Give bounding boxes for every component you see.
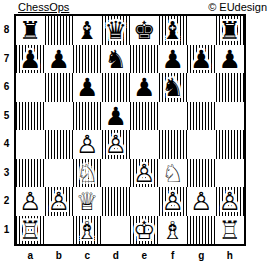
square-g7[interactable]: ♟ <box>187 45 216 74</box>
square-c6[interactable]: ♟ <box>73 73 102 102</box>
square-f4[interactable] <box>159 130 188 159</box>
square-f6[interactable]: ♞ <box>159 73 188 102</box>
square-b8[interactable] <box>45 16 74 45</box>
square-e4[interactable] <box>130 130 159 159</box>
square-f8[interactable]: ♝ <box>159 16 188 45</box>
square-c1[interactable]: ♗ <box>73 216 102 245</box>
piece-white-pawn[interactable]: ♙ <box>130 159 159 188</box>
piece-black-bishop[interactable]: ♝ <box>73 16 102 45</box>
piece-white-rook[interactable]: ♖ <box>216 216 245 245</box>
piece-black-pawn[interactable]: ♟ <box>187 45 216 74</box>
app-title: ChessOps <box>18 1 69 13</box>
square-h6[interactable] <box>216 73 245 102</box>
piece-black-pawn[interactable]: ♟ <box>102 102 131 131</box>
piece-white-rook[interactable]: ♖ <box>16 216 45 245</box>
square-e6[interactable]: ♟ <box>130 73 159 102</box>
rank-label-6: 6 <box>0 73 13 102</box>
rank-label-2: 2 <box>0 187 13 216</box>
piece-black-pawn[interactable]: ♟ <box>130 73 159 102</box>
square-a6[interactable] <box>16 73 45 102</box>
square-b6[interactable] <box>45 73 74 102</box>
piece-white-pawn[interactable]: ♙ <box>73 130 102 159</box>
piece-black-pawn[interactable]: ♟ <box>45 45 74 74</box>
piece-white-pawn[interactable]: ♙ <box>102 130 131 159</box>
chess-diagram-page: ChessOps © EUdesign 87654321 ♜♝♛♚♝♜♟♟♞♟♟… <box>0 0 270 270</box>
piece-black-bishop[interactable]: ♝ <box>159 16 188 45</box>
square-e3[interactable]: ♙ <box>130 159 159 188</box>
square-a7[interactable]: ♟ <box>16 45 45 74</box>
piece-white-bishop[interactable]: ♗ <box>73 216 102 245</box>
square-f5[interactable] <box>159 102 188 131</box>
square-c5[interactable] <box>73 102 102 131</box>
square-g6[interactable] <box>187 73 216 102</box>
square-f7[interactable]: ♟ <box>159 45 188 74</box>
square-h1[interactable]: ♖ <box>216 216 245 245</box>
credit: © EUdesign <box>208 1 267 13</box>
square-d3[interactable] <box>102 159 131 188</box>
piece-black-king[interactable]: ♚ <box>130 16 159 45</box>
file-label-h: h <box>216 249 245 262</box>
square-c7[interactable] <box>73 45 102 74</box>
piece-white-pawn[interactable]: ♙ <box>216 187 245 216</box>
square-f2[interactable]: ♙ <box>159 187 188 216</box>
square-a2[interactable]: ♙ <box>16 187 45 216</box>
square-g1[interactable] <box>187 216 216 245</box>
square-b2[interactable]: ♙ <box>45 187 74 216</box>
file-label-e: e <box>130 249 159 262</box>
square-a3[interactable] <box>16 159 45 188</box>
square-h4[interactable] <box>216 130 245 159</box>
rank-label-1: 1 <box>0 216 13 245</box>
piece-black-pawn[interactable]: ♟ <box>16 45 45 74</box>
rank-labels: 87654321 <box>0 16 13 244</box>
square-f1[interactable]: ♗ <box>159 216 188 245</box>
square-b4[interactable] <box>45 130 74 159</box>
square-e8[interactable]: ♚ <box>130 16 159 45</box>
square-e7[interactable] <box>130 45 159 74</box>
piece-white-pawn[interactable]: ♙ <box>187 187 216 216</box>
square-a4[interactable] <box>16 130 45 159</box>
square-h2[interactable]: ♙ <box>216 187 245 216</box>
piece-white-queen[interactable]: ♕ <box>73 187 102 216</box>
square-g2[interactable]: ♙ <box>187 187 216 216</box>
square-d6[interactable] <box>102 73 131 102</box>
square-h8[interactable]: ♜ <box>216 16 245 45</box>
file-label-d: d <box>102 249 131 262</box>
square-d4[interactable]: ♙ <box>102 130 131 159</box>
square-d8[interactable]: ♛ <box>102 16 131 45</box>
rank-label-3: 3 <box>0 159 13 188</box>
square-b7[interactable]: ♟ <box>45 45 74 74</box>
square-e5[interactable] <box>130 102 159 131</box>
piece-white-pawn[interactable]: ♙ <box>16 187 45 216</box>
square-h7[interactable]: ♟ <box>216 45 245 74</box>
square-g3[interactable] <box>187 159 216 188</box>
piece-black-queen[interactable]: ♛ <box>102 16 131 45</box>
piece-black-pawn[interactable]: ♟ <box>216 45 245 74</box>
square-f3[interactable]: ♘ <box>159 159 188 188</box>
piece-black-knight[interactable]: ♞ <box>159 73 188 102</box>
square-c2[interactable]: ♕ <box>73 187 102 216</box>
rank-label-8: 8 <box>0 16 13 45</box>
square-d2[interactable] <box>102 187 131 216</box>
file-label-a: a <box>16 249 45 262</box>
file-label-f: f <box>159 249 188 262</box>
square-d5[interactable]: ♟ <box>102 102 131 131</box>
file-labels: abcdefgh <box>16 249 244 262</box>
file-label-g: g <box>187 249 216 262</box>
rank-label-4: 4 <box>0 130 13 159</box>
square-b5[interactable] <box>45 102 74 131</box>
rank-label-5: 5 <box>0 102 13 131</box>
file-label-b: b <box>45 249 74 262</box>
square-c3[interactable]: ♘ <box>73 159 102 188</box>
piece-black-pawn[interactable]: ♟ <box>159 45 188 74</box>
square-d7[interactable]: ♞ <box>102 45 131 74</box>
square-d1[interactable] <box>102 216 131 245</box>
square-a5[interactable] <box>16 102 45 131</box>
square-c8[interactable]: ♝ <box>73 16 102 45</box>
rank-label-7: 7 <box>0 45 13 74</box>
file-label-c: c <box>73 249 102 262</box>
piece-black-pawn[interactable]: ♟ <box>73 73 102 102</box>
square-h3[interactable] <box>216 159 245 188</box>
piece-white-bishop[interactable]: ♗ <box>159 216 188 245</box>
piece-white-knight[interactable]: ♘ <box>73 159 102 188</box>
square-g4[interactable] <box>187 130 216 159</box>
square-e2[interactable] <box>130 187 159 216</box>
square-g8[interactable] <box>187 16 216 45</box>
piece-white-pawn[interactable]: ♙ <box>45 187 74 216</box>
piece-white-pawn[interactable]: ♙ <box>159 187 188 216</box>
chess-board: ♜♝♛♚♝♜♟♟♞♟♟♟♟♟♞♟♙♙♘♙♘♙♙♕♙♙♙♖♗♔♗♖ <box>14 14 246 246</box>
piece-white-knight[interactable]: ♘ <box>159 159 188 188</box>
piece-black-rook[interactable]: ♜ <box>16 16 45 45</box>
square-b1[interactable] <box>45 216 74 245</box>
square-h5[interactable] <box>216 102 245 131</box>
square-a1[interactable]: ♖ <box>16 216 45 245</box>
piece-white-king[interactable]: ♔ <box>130 216 159 245</box>
piece-black-rook[interactable]: ♜ <box>216 16 245 45</box>
piece-black-knight[interactable]: ♞ <box>102 45 131 74</box>
square-g5[interactable] <box>187 102 216 131</box>
square-c4[interactable]: ♙ <box>73 130 102 159</box>
square-a8[interactable]: ♜ <box>16 16 45 45</box>
square-e1[interactable]: ♔ <box>130 216 159 245</box>
square-b3[interactable] <box>45 159 74 188</box>
